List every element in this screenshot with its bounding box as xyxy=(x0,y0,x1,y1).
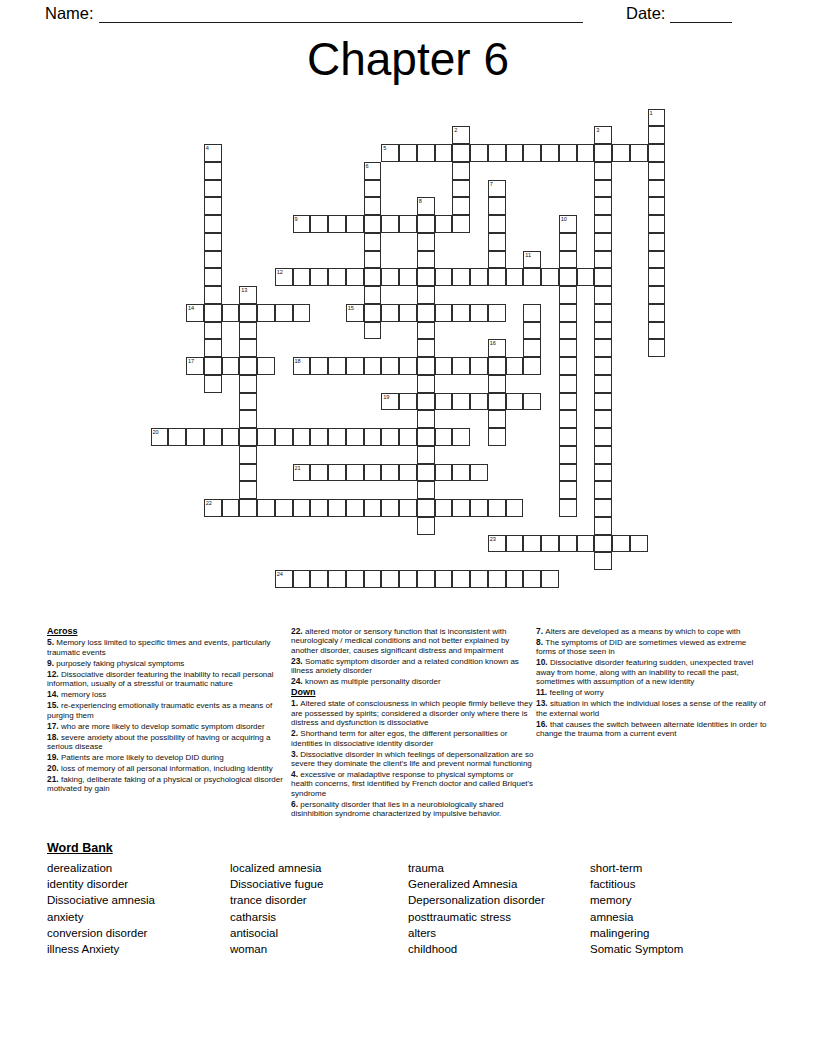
grid-cell[interactable] xyxy=(470,144,488,162)
grid-cell[interactable] xyxy=(417,322,435,340)
grid-cell[interactable] xyxy=(328,428,346,446)
grid-cell[interactable] xyxy=(523,322,541,340)
grid-cell[interactable] xyxy=(346,357,364,375)
grid-cell[interactable] xyxy=(435,215,453,233)
grid-cell[interactable]: 19 xyxy=(381,393,399,411)
grid-cell[interactable] xyxy=(417,286,435,304)
grid-cell[interactable] xyxy=(541,570,559,588)
grid-cell[interactable] xyxy=(559,375,577,393)
grid-cell[interactable] xyxy=(310,464,328,482)
grid-cell[interactable] xyxy=(417,446,435,464)
grid-cell[interactable] xyxy=(577,535,595,553)
grid-cell[interactable] xyxy=(239,339,257,357)
word-bank-item: alters xyxy=(408,925,590,941)
grid-cell[interactable] xyxy=(222,428,240,446)
grid-cell[interactable]: 16 xyxy=(488,339,506,357)
grid-cell[interactable] xyxy=(239,446,257,464)
grid-cell[interactable] xyxy=(364,464,382,482)
grid-cell[interactable] xyxy=(648,162,666,180)
grid-cell[interactable] xyxy=(275,499,293,517)
word-bank-item: derealization xyxy=(47,860,230,876)
grid-cell[interactable] xyxy=(399,570,417,588)
grid-cell[interactable] xyxy=(594,339,612,357)
grid-cell[interactable] xyxy=(293,268,311,286)
grid-cell[interactable] xyxy=(488,304,506,322)
grid-cell[interactable] xyxy=(470,499,488,517)
grid-cell[interactable] xyxy=(523,304,541,322)
grid-cell[interactable] xyxy=(204,197,222,215)
grid-cell[interactable] xyxy=(417,144,435,162)
grid-cell[interactable]: 17 xyxy=(186,357,204,375)
grid-cell[interactable] xyxy=(506,268,524,286)
grid-cell[interactable] xyxy=(186,428,204,446)
grid-cell[interactable] xyxy=(204,304,222,322)
clue-number: 1 xyxy=(650,110,653,117)
grid-cell[interactable] xyxy=(364,286,382,304)
grid-cell[interactable] xyxy=(346,570,364,588)
grid-cell[interactable]: 7 xyxy=(488,180,506,198)
grid-cell[interactable] xyxy=(559,304,577,322)
grid-cell[interactable] xyxy=(506,357,524,375)
grid-cell[interactable] xyxy=(559,481,577,499)
clue-14-across: 14. memory loss xyxy=(47,690,285,699)
down-clues-1: 1. Altered state of consciousness in whi… xyxy=(291,699,537,818)
word-bank-item: short-term xyxy=(590,860,683,876)
grid-cell[interactable] xyxy=(399,499,417,517)
grid-cell[interactable] xyxy=(435,428,453,446)
grid-cell[interactable] xyxy=(364,357,382,375)
grid-cell[interactable] xyxy=(648,233,666,251)
grid-cell[interactable] xyxy=(417,570,435,588)
word-bank-item: childhood xyxy=(408,941,590,957)
grid-cell[interactable] xyxy=(594,197,612,215)
grid-cell[interactable] xyxy=(417,499,435,517)
word-bank-item: factitious xyxy=(590,876,683,892)
grid-cell[interactable] xyxy=(541,144,559,162)
grid-cell[interactable] xyxy=(239,410,257,428)
grid-cell[interactable] xyxy=(417,233,435,251)
grid-cell[interactable] xyxy=(452,162,470,180)
grid-cell[interactable] xyxy=(328,464,346,482)
grid-cell[interactable] xyxy=(293,570,311,588)
grid-cell[interactable] xyxy=(630,144,648,162)
grid-cell[interactable] xyxy=(559,446,577,464)
grid-cell[interactable] xyxy=(470,570,488,588)
grid-cell[interactable] xyxy=(239,464,257,482)
grid-cell[interactable] xyxy=(239,322,257,340)
grid-cell[interactable] xyxy=(559,357,577,375)
grid-cell[interactable] xyxy=(523,144,541,162)
clue-22-across: 22. altered motor or sensory function th… xyxy=(291,627,537,655)
grid-cell[interactable] xyxy=(594,144,612,162)
grid-cell[interactable] xyxy=(559,322,577,340)
grid-cell[interactable] xyxy=(488,499,506,517)
grid-cell[interactable] xyxy=(275,304,293,322)
clue-1-down: 1. Altered state of consciousness in whi… xyxy=(291,699,537,727)
grid-cell[interactable] xyxy=(452,144,470,162)
grid-cell[interactable]: 5 xyxy=(381,144,399,162)
grid-cell[interactable] xyxy=(204,180,222,198)
grid-cell[interactable] xyxy=(364,428,382,446)
clue-number: 20 xyxy=(153,429,159,436)
grid-cell[interactable] xyxy=(488,570,506,588)
grid-cell[interactable] xyxy=(594,410,612,428)
grid-cell[interactable] xyxy=(648,268,666,286)
grid-cell[interactable] xyxy=(648,144,666,162)
grid-cell[interactable] xyxy=(417,251,435,269)
grid-cell[interactable] xyxy=(594,357,612,375)
grid-cell[interactable] xyxy=(559,410,577,428)
grid-cell[interactable] xyxy=(417,375,435,393)
grid-cell[interactable] xyxy=(346,499,364,517)
grid-cell[interactable] xyxy=(594,233,612,251)
grid-cell[interactable] xyxy=(541,268,559,286)
grid-cell[interactable] xyxy=(435,464,453,482)
grid-cell[interactable] xyxy=(204,251,222,269)
grid-cell[interactable] xyxy=(523,357,541,375)
grid-cell[interactable] xyxy=(594,375,612,393)
grid-cell[interactable] xyxy=(328,268,346,286)
grid-cell[interactable]: 10 xyxy=(559,215,577,233)
grid-cell[interactable] xyxy=(648,215,666,233)
grid-cell[interactable] xyxy=(239,375,257,393)
grid-cell[interactable] xyxy=(559,251,577,269)
grid-cell[interactable] xyxy=(417,517,435,535)
grid-cell[interactable]: 21 xyxy=(293,464,311,482)
grid-cell[interactable] xyxy=(239,499,257,517)
grid-cell[interactable] xyxy=(222,357,240,375)
grid-cell[interactable] xyxy=(417,464,435,482)
down-clues-2: 7. Alters are developed as a means by wh… xyxy=(536,627,767,738)
grid-cell[interactable]: 4 xyxy=(204,144,222,162)
grid-cell[interactable] xyxy=(381,499,399,517)
grid-cell[interactable] xyxy=(399,144,417,162)
grid-cell[interactable] xyxy=(452,393,470,411)
grid-cell[interactable] xyxy=(346,268,364,286)
grid-cell[interactable] xyxy=(222,499,240,517)
grid-cell[interactable] xyxy=(559,268,577,286)
grid-cell[interactable] xyxy=(257,428,275,446)
crossword-grid: 123456789101112131415161718192021222324 xyxy=(151,109,666,588)
grid-cell[interactable] xyxy=(488,233,506,251)
grid-cell[interactable] xyxy=(364,215,382,233)
grid-cell[interactable] xyxy=(488,268,506,286)
grid-cell[interactable] xyxy=(648,180,666,198)
clue-12-across: 12. Dissociative disorder featuring the … xyxy=(47,670,285,689)
grid-cell[interactable] xyxy=(559,428,577,446)
grid-cell[interactable] xyxy=(310,215,328,233)
grid-cell[interactable] xyxy=(328,570,346,588)
grid-cell[interactable] xyxy=(559,339,577,357)
grid-cell[interactable] xyxy=(630,535,648,553)
grid-cell[interactable] xyxy=(559,464,577,482)
grid-cell[interactable] xyxy=(594,464,612,482)
grid-cell[interactable] xyxy=(417,393,435,411)
grid-cell[interactable] xyxy=(364,233,382,251)
word-bank-item: catharsis xyxy=(230,909,408,925)
grid-cell[interactable]: 24 xyxy=(275,570,293,588)
grid-cell[interactable] xyxy=(417,339,435,357)
grid-cell[interactable] xyxy=(239,428,257,446)
grid-cell[interactable]: 13 xyxy=(239,286,257,304)
grid-cell[interactable] xyxy=(293,499,311,517)
grid-cell[interactable] xyxy=(275,428,293,446)
grid-cell[interactable] xyxy=(594,535,612,553)
grid-cell[interactable] xyxy=(417,357,435,375)
grid-cell[interactable] xyxy=(559,535,577,553)
grid-cell[interactable]: 6 xyxy=(364,162,382,180)
grid-cell[interactable] xyxy=(577,144,595,162)
grid-cell[interactable] xyxy=(594,552,612,570)
grid-cell[interactable] xyxy=(577,268,595,286)
grid-cell[interactable] xyxy=(612,144,630,162)
grid-cell[interactable] xyxy=(488,428,506,446)
grid-cell[interactable]: 12 xyxy=(275,268,293,286)
grid-cell[interactable] xyxy=(488,375,506,393)
page-title: Chapter 6 xyxy=(0,33,816,86)
grid-cell[interactable] xyxy=(452,180,470,198)
name-field: Name: xyxy=(45,4,583,23)
clue-number: 15 xyxy=(348,305,354,312)
grid-cell[interactable] xyxy=(594,446,612,464)
grid-cell[interactable] xyxy=(435,393,453,411)
grid-cell[interactable] xyxy=(559,144,577,162)
grid-cell[interactable] xyxy=(488,357,506,375)
grid-cell[interactable] xyxy=(594,268,612,286)
grid-cell[interactable] xyxy=(648,126,666,144)
grid-cell[interactable] xyxy=(594,393,612,411)
grid-cell[interactable]: 1 xyxy=(648,109,666,127)
grid-cell[interactable] xyxy=(523,570,541,588)
word-bank-item: identity disorder xyxy=(47,876,230,892)
grid-cell[interactable]: 11 xyxy=(523,251,541,269)
grid-cell[interactable] xyxy=(648,304,666,322)
grid-cell[interactable] xyxy=(506,144,524,162)
grid-cell[interactable] xyxy=(239,393,257,411)
grid-cell[interactable] xyxy=(594,428,612,446)
grid-cell[interactable] xyxy=(541,535,559,553)
grid-cell[interactable] xyxy=(310,570,328,588)
grid-cell[interactable] xyxy=(204,357,222,375)
grid-cell[interactable] xyxy=(435,144,453,162)
grid-cell[interactable] xyxy=(594,499,612,517)
grid-cell[interactable]: 22 xyxy=(204,499,222,517)
grid-cell[interactable]: 23 xyxy=(488,535,506,553)
grid-cell[interactable] xyxy=(594,180,612,198)
grid-cell[interactable] xyxy=(204,215,222,233)
grid-cell[interactable] xyxy=(435,499,453,517)
grid-cell[interactable] xyxy=(257,499,275,517)
grid-cell[interactable] xyxy=(310,268,328,286)
grid-cell[interactable] xyxy=(168,428,186,446)
grid-cell[interactable] xyxy=(381,304,399,322)
grid-cell[interactable] xyxy=(452,428,470,446)
word-bank-item: trauma xyxy=(408,860,590,876)
grid-cell[interactable] xyxy=(488,215,506,233)
grid-cell[interactable] xyxy=(559,393,577,411)
grid-cell[interactable] xyxy=(594,322,612,340)
clue-23-across: 23. Somatic symptom disorder and a relat… xyxy=(291,657,537,676)
grid-cell[interactable] xyxy=(346,464,364,482)
grid-cell[interactable] xyxy=(594,304,612,322)
grid-cell[interactable] xyxy=(364,268,382,286)
clue-number: 21 xyxy=(295,465,301,472)
grid-cell[interactable] xyxy=(488,251,506,269)
grid-cell[interactable] xyxy=(452,304,470,322)
grid-cell[interactable] xyxy=(399,304,417,322)
grid-cell[interactable]: 18 xyxy=(293,357,311,375)
grid-cell[interactable] xyxy=(648,339,666,357)
word-bank: Word Bank derealizationidentity disorder… xyxy=(47,841,683,957)
grid-cell[interactable] xyxy=(310,428,328,446)
grid-cell[interactable] xyxy=(381,215,399,233)
grid-cell[interactable] xyxy=(204,162,222,180)
grid-cell[interactable] xyxy=(559,499,577,517)
clue-15-across: 15. re-experiencing emotionally traumati… xyxy=(47,701,285,720)
grid-cell[interactable] xyxy=(488,393,506,411)
grid-cell[interactable]: 9 xyxy=(293,215,311,233)
grid-cell[interactable] xyxy=(222,304,240,322)
clue-number: 2 xyxy=(454,127,457,134)
grid-cell[interactable] xyxy=(594,517,612,535)
grid-cell[interactable] xyxy=(364,570,382,588)
clue-number: 8 xyxy=(419,198,422,205)
grid-cell[interactable] xyxy=(204,233,222,251)
grid-cell[interactable] xyxy=(452,464,470,482)
grid-cell[interactable]: 8 xyxy=(417,197,435,215)
grid-cell[interactable] xyxy=(257,357,275,375)
grid-cell[interactable] xyxy=(381,268,399,286)
grid-cell[interactable] xyxy=(523,393,541,411)
grid-cell[interactable] xyxy=(506,393,524,411)
grid-cell[interactable] xyxy=(594,286,612,304)
grid-cell[interactable] xyxy=(399,268,417,286)
grid-cell[interactable] xyxy=(417,268,435,286)
grid-cell[interactable] xyxy=(594,481,612,499)
grid-cell[interactable] xyxy=(239,304,257,322)
clue-9-across: 9. purposely faking physical symptoms xyxy=(47,659,285,668)
grid-cell[interactable] xyxy=(488,144,506,162)
grid-cell[interactable] xyxy=(204,428,222,446)
grid-cell[interactable]: 14 xyxy=(186,304,204,322)
clue-number: 3 xyxy=(596,127,599,134)
grid-cell[interactable] xyxy=(559,233,577,251)
grid-cell[interactable] xyxy=(364,499,382,517)
grid-cell[interactable] xyxy=(594,162,612,180)
grid-cell[interactable] xyxy=(559,286,577,304)
grid-cell[interactable] xyxy=(204,375,222,393)
grid-cell[interactable] xyxy=(204,339,222,357)
grid-cell[interactable] xyxy=(417,215,435,233)
grid-cell[interactable] xyxy=(417,481,435,499)
grid-cell[interactable] xyxy=(399,393,417,411)
grid-cell[interactable] xyxy=(435,570,453,588)
grid-cell[interactable] xyxy=(239,357,257,375)
grid-cell[interactable] xyxy=(417,410,435,428)
grid-cell[interactable] xyxy=(452,197,470,215)
grid-cell[interactable] xyxy=(399,215,417,233)
grid-cell[interactable] xyxy=(452,499,470,517)
grid-cell[interactable] xyxy=(612,535,630,553)
grid-cell[interactable] xyxy=(435,304,453,322)
grid-cell[interactable] xyxy=(381,464,399,482)
grid-cell[interactable] xyxy=(346,428,364,446)
grid-cell[interactable] xyxy=(399,357,417,375)
grid-cell[interactable] xyxy=(470,268,488,286)
grid-cell[interactable] xyxy=(328,499,346,517)
grid-cell[interactable] xyxy=(452,268,470,286)
grid-cell[interactable] xyxy=(204,322,222,340)
grid-cell[interactable] xyxy=(381,428,399,446)
grid-cell[interactable] xyxy=(364,322,382,340)
grid-cell[interactable]: 2 xyxy=(452,126,470,144)
grid-cell[interactable] xyxy=(648,251,666,269)
grid-cell[interactable] xyxy=(364,304,382,322)
grid-cell[interactable] xyxy=(399,464,417,482)
grid-cell[interactable] xyxy=(257,304,275,322)
grid-cell[interactable] xyxy=(648,286,666,304)
grid-cell[interactable] xyxy=(364,251,382,269)
grid-cell[interactable] xyxy=(364,197,382,215)
grid-cell[interactable] xyxy=(470,464,488,482)
grid-cell[interactable] xyxy=(435,357,453,375)
clue-8-down: 8. The symptoms of DID are sometimes vie… xyxy=(536,638,767,657)
grid-cell[interactable] xyxy=(523,535,541,553)
grid-cell[interactable]: 20 xyxy=(151,428,169,446)
grid-cell[interactable] xyxy=(364,180,382,198)
grid-cell[interactable] xyxy=(239,481,257,499)
grid-cell[interactable] xyxy=(381,570,399,588)
grid-cell[interactable] xyxy=(470,393,488,411)
grid-cell[interactable] xyxy=(506,499,524,517)
grid-cell[interactable]: 3 xyxy=(594,126,612,144)
grid-cell[interactable] xyxy=(523,268,541,286)
clue-number: 10 xyxy=(561,216,567,223)
grid-cell[interactable] xyxy=(523,339,541,357)
grid-cell[interactable] xyxy=(381,357,399,375)
grid-cell[interactable] xyxy=(488,410,506,428)
grid-cell[interactable] xyxy=(399,428,417,446)
grid-cell[interactable] xyxy=(204,268,222,286)
grid-cell[interactable] xyxy=(417,304,435,322)
grid-cell[interactable] xyxy=(594,251,612,269)
grid-cell[interactable]: 15 xyxy=(346,304,364,322)
clue-10-down: 10. Dissociative disorder featuring sudd… xyxy=(536,658,767,686)
grid-cell[interactable] xyxy=(328,357,346,375)
grid-cell[interactable] xyxy=(435,268,453,286)
grid-cell[interactable] xyxy=(488,197,506,215)
grid-cell[interactable] xyxy=(310,499,328,517)
grid-cell[interactable] xyxy=(452,570,470,588)
grid-cell[interactable] xyxy=(648,322,666,340)
grid-cell[interactable] xyxy=(452,357,470,375)
grid-cell[interactable] xyxy=(417,428,435,446)
grid-cell[interactable] xyxy=(506,535,524,553)
grid-cell[interactable] xyxy=(452,215,470,233)
grid-cell[interactable] xyxy=(594,215,612,233)
grid-cell[interactable] xyxy=(346,215,364,233)
grid-cell[interactable] xyxy=(293,304,311,322)
clue-number: 19 xyxy=(383,394,389,401)
grid-cell[interactable] xyxy=(648,197,666,215)
grid-cell[interactable] xyxy=(328,215,346,233)
grid-cell[interactable] xyxy=(470,304,488,322)
grid-cell[interactable] xyxy=(506,570,524,588)
grid-cell[interactable] xyxy=(293,428,311,446)
grid-cell[interactable] xyxy=(310,357,328,375)
grid-cell[interactable] xyxy=(204,286,222,304)
grid-cell[interactable] xyxy=(470,357,488,375)
